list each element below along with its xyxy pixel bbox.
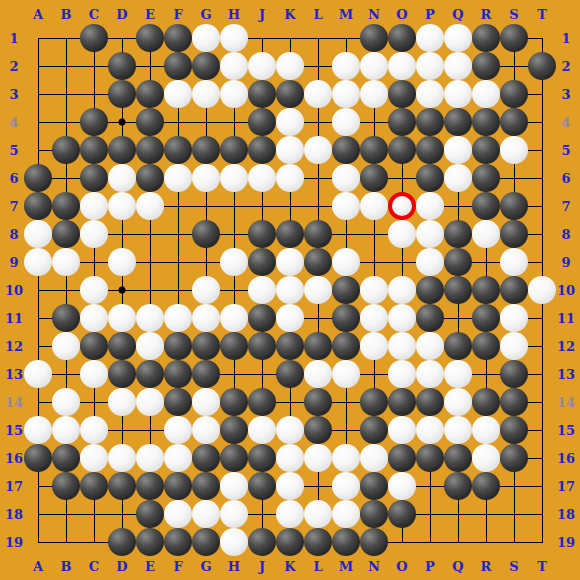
stone-C12 bbox=[80, 332, 108, 360]
stone-P13 bbox=[416, 360, 444, 388]
stone-Q12 bbox=[444, 332, 472, 360]
stone-D9 bbox=[108, 248, 136, 276]
column-label-top: P bbox=[425, 8, 435, 21]
stone-P14 bbox=[416, 388, 444, 416]
stone-N15 bbox=[360, 416, 388, 444]
stone-N11 bbox=[360, 304, 388, 332]
stone-K9 bbox=[276, 248, 304, 276]
stone-O5 bbox=[388, 136, 416, 164]
stone-M3 bbox=[332, 80, 360, 108]
stone-N1 bbox=[360, 24, 388, 52]
stone-S14 bbox=[500, 388, 528, 416]
stone-N14 bbox=[360, 388, 388, 416]
stone-F11 bbox=[164, 304, 192, 332]
stone-M19 bbox=[332, 528, 360, 556]
row-label-right: 14 bbox=[557, 396, 575, 409]
stone-Q3 bbox=[444, 80, 472, 108]
stone-G10 bbox=[192, 276, 220, 304]
column-label-top: R bbox=[481, 8, 492, 21]
column-label-bottom: C bbox=[89, 560, 99, 573]
stone-P7 bbox=[416, 192, 444, 220]
stone-Q10 bbox=[444, 276, 472, 304]
column-label-bottom: P bbox=[425, 560, 435, 573]
stone-Q4 bbox=[444, 108, 472, 136]
stone-O13 bbox=[388, 360, 416, 388]
stone-D19 bbox=[108, 528, 136, 556]
stone-E5 bbox=[136, 136, 164, 164]
stone-M4 bbox=[332, 108, 360, 136]
stone-M6 bbox=[332, 164, 360, 192]
stone-J2 bbox=[248, 52, 276, 80]
column-label-top: N bbox=[368, 8, 380, 21]
stone-O4 bbox=[388, 108, 416, 136]
stone-J15 bbox=[248, 416, 276, 444]
column-label-bottom: A bbox=[33, 560, 43, 573]
stone-A15 bbox=[24, 416, 52, 444]
stone-E13 bbox=[136, 360, 164, 388]
stone-B9 bbox=[52, 248, 80, 276]
stone-G11 bbox=[192, 304, 220, 332]
stone-E1 bbox=[136, 24, 164, 52]
stone-G18 bbox=[192, 500, 220, 528]
stone-D14 bbox=[108, 388, 136, 416]
stone-E4 bbox=[136, 108, 164, 136]
stone-P5 bbox=[416, 136, 444, 164]
stone-N6 bbox=[360, 164, 388, 192]
stone-J3 bbox=[248, 80, 276, 108]
stone-G1 bbox=[192, 24, 220, 52]
stone-L14 bbox=[304, 388, 332, 416]
stone-F16 bbox=[164, 444, 192, 472]
row-label-right: 15 bbox=[557, 424, 575, 437]
stone-S15 bbox=[500, 416, 528, 444]
stone-D12 bbox=[108, 332, 136, 360]
stone-T2 bbox=[528, 52, 556, 80]
stone-N10 bbox=[360, 276, 388, 304]
stone-N16 bbox=[360, 444, 388, 472]
row-label-right: 10 bbox=[557, 284, 575, 297]
stone-J14 bbox=[248, 388, 276, 416]
row-label-right: 6 bbox=[561, 172, 570, 185]
stone-R17 bbox=[472, 472, 500, 500]
stone-O7-marked-last-move bbox=[388, 192, 416, 220]
stone-H18 bbox=[220, 500, 248, 528]
column-label-top: L bbox=[313, 8, 322, 21]
stone-F13 bbox=[164, 360, 192, 388]
stone-G15 bbox=[192, 416, 220, 444]
stone-Q14 bbox=[444, 388, 472, 416]
stone-Q15 bbox=[444, 416, 472, 444]
stone-C13 bbox=[80, 360, 108, 388]
stone-L3 bbox=[304, 80, 332, 108]
stone-D6 bbox=[108, 164, 136, 192]
stone-A6 bbox=[24, 164, 52, 192]
column-label-top: T bbox=[537, 8, 547, 21]
stone-K17 bbox=[276, 472, 304, 500]
stone-P10 bbox=[416, 276, 444, 304]
stone-J9 bbox=[248, 248, 276, 276]
stone-E18 bbox=[136, 500, 164, 528]
stone-R2 bbox=[472, 52, 500, 80]
column-label-bottom: K bbox=[284, 560, 295, 573]
stone-C5 bbox=[80, 136, 108, 164]
column-label-bottom: N bbox=[368, 560, 380, 573]
stone-F15 bbox=[164, 416, 192, 444]
column-label-bottom: M bbox=[339, 560, 353, 573]
column-label-top: E bbox=[145, 8, 155, 21]
star-point bbox=[119, 287, 126, 294]
stone-J16 bbox=[248, 444, 276, 472]
stone-D11 bbox=[108, 304, 136, 332]
stone-E7 bbox=[136, 192, 164, 220]
stone-T10 bbox=[528, 276, 556, 304]
row-label-right: 8 bbox=[561, 228, 570, 241]
stone-O2 bbox=[388, 52, 416, 80]
stone-E17 bbox=[136, 472, 164, 500]
stone-M9 bbox=[332, 248, 360, 276]
row-label-right: 12 bbox=[557, 340, 575, 353]
stone-K6 bbox=[276, 164, 304, 192]
stone-J6 bbox=[248, 164, 276, 192]
stone-S13 bbox=[500, 360, 528, 388]
column-label-top: F bbox=[173, 8, 182, 21]
stone-O12 bbox=[388, 332, 416, 360]
stone-P9 bbox=[416, 248, 444, 276]
stone-E6 bbox=[136, 164, 164, 192]
stone-H17 bbox=[220, 472, 248, 500]
row-label-right: 3 bbox=[561, 88, 570, 101]
stone-K8 bbox=[276, 220, 304, 248]
stone-S8 bbox=[500, 220, 528, 248]
stone-J4 bbox=[248, 108, 276, 136]
stone-J11 bbox=[248, 304, 276, 332]
row-label-left: 12 bbox=[5, 340, 23, 353]
row-label-right: 5 bbox=[561, 144, 570, 157]
stone-M17 bbox=[332, 472, 360, 500]
stone-A8 bbox=[24, 220, 52, 248]
column-label-bottom: F bbox=[173, 560, 182, 573]
row-label-right: 13 bbox=[557, 368, 575, 381]
stone-A9 bbox=[24, 248, 52, 276]
stone-Q1 bbox=[444, 24, 472, 52]
row-label-left: 15 bbox=[5, 424, 23, 437]
stone-P3 bbox=[416, 80, 444, 108]
stone-N12 bbox=[360, 332, 388, 360]
stone-P1 bbox=[416, 24, 444, 52]
stone-A7 bbox=[24, 192, 52, 220]
stone-K13 bbox=[276, 360, 304, 388]
column-label-top: C bbox=[89, 8, 99, 21]
row-label-right: 19 bbox=[557, 536, 575, 549]
stone-O14 bbox=[388, 388, 416, 416]
stone-R15 bbox=[472, 416, 500, 444]
stone-R16 bbox=[472, 444, 500, 472]
stone-H19 bbox=[220, 528, 248, 556]
stone-N3 bbox=[360, 80, 388, 108]
stone-R7 bbox=[472, 192, 500, 220]
row-label-right: 4 bbox=[561, 116, 570, 129]
stone-M11 bbox=[332, 304, 360, 332]
stone-B7 bbox=[52, 192, 80, 220]
stone-J10 bbox=[248, 276, 276, 304]
stone-N18 bbox=[360, 500, 388, 528]
row-label-left: 8 bbox=[9, 228, 18, 241]
stone-L9 bbox=[304, 248, 332, 276]
stone-M7 bbox=[332, 192, 360, 220]
stone-D3 bbox=[108, 80, 136, 108]
stone-P6 bbox=[416, 164, 444, 192]
stone-S11 bbox=[500, 304, 528, 332]
stone-R8 bbox=[472, 220, 500, 248]
stone-Q16 bbox=[444, 444, 472, 472]
row-label-left: 3 bbox=[9, 88, 18, 101]
stone-O1 bbox=[388, 24, 416, 52]
column-label-top: M bbox=[339, 8, 353, 21]
stone-K19 bbox=[276, 528, 304, 556]
stone-D13 bbox=[108, 360, 136, 388]
stone-H5 bbox=[220, 136, 248, 164]
stone-B5 bbox=[52, 136, 80, 164]
row-label-right: 2 bbox=[561, 60, 570, 73]
stone-R10 bbox=[472, 276, 500, 304]
stone-S1 bbox=[500, 24, 528, 52]
stone-R12 bbox=[472, 332, 500, 360]
stone-D7 bbox=[108, 192, 136, 220]
column-label-top: Q bbox=[452, 8, 463, 21]
stone-S3 bbox=[500, 80, 528, 108]
stone-E3 bbox=[136, 80, 164, 108]
column-label-bottom: B bbox=[61, 560, 72, 573]
column-label-bottom: Q bbox=[452, 560, 463, 573]
stone-O17 bbox=[388, 472, 416, 500]
row-label-left: 13 bbox=[5, 368, 23, 381]
row-label-left: 16 bbox=[5, 452, 23, 465]
row-label-left: 11 bbox=[5, 312, 23, 325]
column-label-bottom: T bbox=[537, 560, 547, 573]
stone-C17 bbox=[80, 472, 108, 500]
stone-C6 bbox=[80, 164, 108, 192]
stone-D5 bbox=[108, 136, 136, 164]
stone-D17 bbox=[108, 472, 136, 500]
row-label-left: 10 bbox=[5, 284, 23, 297]
column-label-top: J bbox=[259, 8, 265, 21]
stone-N5 bbox=[360, 136, 388, 164]
stone-P11 bbox=[416, 304, 444, 332]
stone-L19 bbox=[304, 528, 332, 556]
stone-F14 bbox=[164, 388, 192, 416]
stone-E14 bbox=[136, 388, 164, 416]
stone-R6 bbox=[472, 164, 500, 192]
stone-Q8 bbox=[444, 220, 472, 248]
column-label-top: B bbox=[61, 8, 72, 21]
stone-Q2 bbox=[444, 52, 472, 80]
stone-L8 bbox=[304, 220, 332, 248]
column-label-bottom: O bbox=[396, 560, 407, 573]
stone-L10 bbox=[304, 276, 332, 304]
column-label-top: S bbox=[509, 8, 518, 21]
column-label-bottom: J bbox=[259, 560, 265, 573]
stone-C7 bbox=[80, 192, 108, 220]
stone-F12 bbox=[164, 332, 192, 360]
column-label-top: A bbox=[33, 8, 43, 21]
stone-H6 bbox=[220, 164, 248, 192]
stone-B14 bbox=[52, 388, 80, 416]
stone-G12 bbox=[192, 332, 220, 360]
stone-E19 bbox=[136, 528, 164, 556]
stone-F1 bbox=[164, 24, 192, 52]
stone-S7 bbox=[500, 192, 528, 220]
stone-P16 bbox=[416, 444, 444, 472]
stone-G5 bbox=[192, 136, 220, 164]
stone-O11 bbox=[388, 304, 416, 332]
stone-Q17 bbox=[444, 472, 472, 500]
stone-H1 bbox=[220, 24, 248, 52]
row-label-left: 4 bbox=[9, 116, 18, 129]
stone-J19 bbox=[248, 528, 276, 556]
stone-P8 bbox=[416, 220, 444, 248]
stone-J5 bbox=[248, 136, 276, 164]
stone-M10 bbox=[332, 276, 360, 304]
stone-M5 bbox=[332, 136, 360, 164]
row-label-left: 6 bbox=[9, 172, 18, 185]
stone-S5 bbox=[500, 136, 528, 164]
stone-A13 bbox=[24, 360, 52, 388]
stone-L16 bbox=[304, 444, 332, 472]
stone-R14 bbox=[472, 388, 500, 416]
stone-H14 bbox=[220, 388, 248, 416]
stone-G16 bbox=[192, 444, 220, 472]
stone-S16 bbox=[500, 444, 528, 472]
stone-R4 bbox=[472, 108, 500, 136]
stone-L13 bbox=[304, 360, 332, 388]
stone-S12 bbox=[500, 332, 528, 360]
stone-G6 bbox=[192, 164, 220, 192]
stone-R11 bbox=[472, 304, 500, 332]
stone-M12 bbox=[332, 332, 360, 360]
stone-Q13 bbox=[444, 360, 472, 388]
stone-G14 bbox=[192, 388, 220, 416]
stone-A16 bbox=[24, 444, 52, 472]
stone-B16 bbox=[52, 444, 80, 472]
stone-P4 bbox=[416, 108, 444, 136]
row-label-left: 9 bbox=[9, 256, 18, 269]
stone-M13 bbox=[332, 360, 360, 388]
stone-H15 bbox=[220, 416, 248, 444]
stone-B11 bbox=[52, 304, 80, 332]
row-label-right: 7 bbox=[561, 200, 570, 213]
row-label-left: 5 bbox=[9, 144, 18, 157]
stone-P15 bbox=[416, 416, 444, 444]
row-label-left: 14 bbox=[5, 396, 23, 409]
stone-P2 bbox=[416, 52, 444, 80]
stone-N7 bbox=[360, 192, 388, 220]
row-label-left: 17 bbox=[5, 480, 23, 493]
stone-K4 bbox=[276, 108, 304, 136]
stone-O8 bbox=[388, 220, 416, 248]
row-label-left: 19 bbox=[5, 536, 23, 549]
row-label-right: 18 bbox=[557, 508, 575, 521]
stone-Q5 bbox=[444, 136, 472, 164]
stone-H12 bbox=[220, 332, 248, 360]
stone-B12 bbox=[52, 332, 80, 360]
column-label-bottom: E bbox=[145, 560, 155, 573]
stone-K5 bbox=[276, 136, 304, 164]
stone-H16 bbox=[220, 444, 248, 472]
stone-B8 bbox=[52, 220, 80, 248]
stone-G19 bbox=[192, 528, 220, 556]
stone-E11 bbox=[136, 304, 164, 332]
row-label-right: 1 bbox=[561, 32, 570, 45]
column-label-top: K bbox=[284, 8, 295, 21]
stone-R5 bbox=[472, 136, 500, 164]
column-label-top: D bbox=[116, 8, 127, 21]
stone-G8 bbox=[192, 220, 220, 248]
stone-F5 bbox=[164, 136, 192, 164]
stone-K16 bbox=[276, 444, 304, 472]
row-label-right: 17 bbox=[557, 480, 575, 493]
stone-G3 bbox=[192, 80, 220, 108]
column-label-bottom: H bbox=[228, 560, 240, 573]
column-label-bottom: R bbox=[481, 560, 492, 573]
row-label-right: 9 bbox=[561, 256, 570, 269]
stone-O10 bbox=[388, 276, 416, 304]
row-label-left: 2 bbox=[9, 60, 18, 73]
stone-C11 bbox=[80, 304, 108, 332]
stone-L12 bbox=[304, 332, 332, 360]
stone-K12 bbox=[276, 332, 304, 360]
stone-K3 bbox=[276, 80, 304, 108]
stone-O18 bbox=[388, 500, 416, 528]
stone-F6 bbox=[164, 164, 192, 192]
stone-O3 bbox=[388, 80, 416, 108]
stone-K15 bbox=[276, 416, 304, 444]
row-label-right: 16 bbox=[557, 452, 575, 465]
column-label-top: H bbox=[228, 8, 240, 21]
stone-G2 bbox=[192, 52, 220, 80]
stone-P12 bbox=[416, 332, 444, 360]
stone-M18 bbox=[332, 500, 360, 528]
stone-H3 bbox=[220, 80, 248, 108]
stone-N17 bbox=[360, 472, 388, 500]
stone-K18 bbox=[276, 500, 304, 528]
stone-C1 bbox=[80, 24, 108, 52]
row-label-left: 7 bbox=[9, 200, 18, 213]
stone-K11 bbox=[276, 304, 304, 332]
stone-L5 bbox=[304, 136, 332, 164]
stone-M16 bbox=[332, 444, 360, 472]
stone-L18 bbox=[304, 500, 332, 528]
star-point bbox=[119, 119, 126, 126]
stone-J17 bbox=[248, 472, 276, 500]
column-label-top: O bbox=[396, 8, 407, 21]
stone-C4 bbox=[80, 108, 108, 136]
stone-F19 bbox=[164, 528, 192, 556]
stone-C10 bbox=[80, 276, 108, 304]
stone-F17 bbox=[164, 472, 192, 500]
stone-C16 bbox=[80, 444, 108, 472]
stone-D16 bbox=[108, 444, 136, 472]
go-board[interactable]: AABBCCDDEEFFGGHHJJKKLLMMNNOOPPQQRRSSTT11… bbox=[0, 0, 580, 580]
column-label-bottom: L bbox=[313, 560, 322, 573]
column-label-bottom: G bbox=[200, 560, 211, 573]
stone-Q6 bbox=[444, 164, 472, 192]
stone-S9 bbox=[500, 248, 528, 276]
stone-J12 bbox=[248, 332, 276, 360]
stone-K2 bbox=[276, 52, 304, 80]
stone-R3 bbox=[472, 80, 500, 108]
stone-S10 bbox=[500, 276, 528, 304]
stone-F2 bbox=[164, 52, 192, 80]
